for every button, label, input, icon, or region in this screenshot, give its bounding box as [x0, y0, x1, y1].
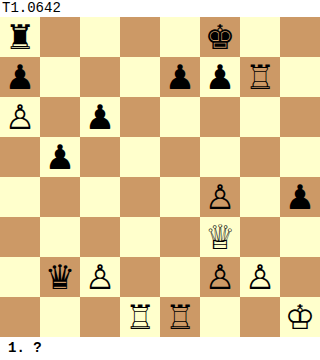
- white-rook[interactable]: ♖: [165, 297, 195, 337]
- square-c2[interactable]: ♙: [80, 257, 120, 297]
- white-queen[interactable]: ♕: [205, 217, 235, 257]
- square-d5[interactable]: [120, 137, 160, 177]
- square-b4[interactable]: [40, 177, 80, 217]
- square-g1[interactable]: [240, 297, 280, 337]
- square-h7[interactable]: [280, 57, 320, 97]
- white-pawn[interactable]: ♙: [245, 257, 275, 297]
- square-e1[interactable]: ♖: [160, 297, 200, 337]
- black-queen[interactable]: ♛: [45, 257, 75, 297]
- square-g3[interactable]: [240, 217, 280, 257]
- square-g8[interactable]: [240, 17, 280, 57]
- square-f7[interactable]: ♟: [200, 57, 240, 97]
- square-c3[interactable]: [80, 217, 120, 257]
- square-h3[interactable]: [280, 217, 320, 257]
- square-d8[interactable]: [120, 17, 160, 57]
- square-h4[interactable]: ♟: [280, 177, 320, 217]
- white-pawn[interactable]: ♙: [205, 257, 235, 297]
- white-pawn[interactable]: ♙: [85, 257, 115, 297]
- square-e4[interactable]: [160, 177, 200, 217]
- puzzle-id-label: T1.0642: [2, 0, 61, 17]
- square-a2[interactable]: [0, 257, 40, 297]
- square-h6[interactable]: [280, 97, 320, 137]
- square-d1[interactable]: ♖: [120, 297, 160, 337]
- square-h8[interactable]: [280, 17, 320, 57]
- square-g2[interactable]: ♙: [240, 257, 280, 297]
- square-e7[interactable]: ♟: [160, 57, 200, 97]
- square-d6[interactable]: [120, 97, 160, 137]
- square-f8[interactable]: ♚: [200, 17, 240, 57]
- square-d4[interactable]: [120, 177, 160, 217]
- move-prompt-label: 1. ?: [8, 338, 42, 358]
- square-a4[interactable]: [0, 177, 40, 217]
- square-f2[interactable]: ♙: [200, 257, 240, 297]
- white-king[interactable]: ♔: [285, 297, 315, 337]
- square-g4[interactable]: [240, 177, 280, 217]
- square-c7[interactable]: [80, 57, 120, 97]
- square-a7[interactable]: ♟: [0, 57, 40, 97]
- square-f5[interactable]: [200, 137, 240, 177]
- square-b6[interactable]: [40, 97, 80, 137]
- square-e8[interactable]: [160, 17, 200, 57]
- white-rook[interactable]: ♖: [125, 297, 155, 337]
- square-a3[interactable]: [0, 217, 40, 257]
- square-b5[interactable]: ♟: [40, 137, 80, 177]
- square-c5[interactable]: [80, 137, 120, 177]
- square-a8[interactable]: ♜: [0, 17, 40, 57]
- square-h1[interactable]: ♔: [280, 297, 320, 337]
- square-e3[interactable]: [160, 217, 200, 257]
- square-c8[interactable]: [80, 17, 120, 57]
- square-b8[interactable]: [40, 17, 80, 57]
- square-h5[interactable]: [280, 137, 320, 177]
- square-a6[interactable]: ♙: [0, 97, 40, 137]
- black-king[interactable]: ♚: [205, 17, 235, 57]
- square-a1[interactable]: [0, 297, 40, 337]
- square-b7[interactable]: [40, 57, 80, 97]
- square-e2[interactable]: [160, 257, 200, 297]
- square-f6[interactable]: [200, 97, 240, 137]
- white-pawn[interactable]: ♙: [205, 177, 235, 217]
- black-pawn[interactable]: ♟: [285, 177, 315, 217]
- square-f3[interactable]: ♕: [200, 217, 240, 257]
- square-g5[interactable]: [240, 137, 280, 177]
- square-e5[interactable]: [160, 137, 200, 177]
- square-b3[interactable]: [40, 217, 80, 257]
- square-g6[interactable]: [240, 97, 280, 137]
- square-d3[interactable]: [120, 217, 160, 257]
- square-h2[interactable]: [280, 257, 320, 297]
- white-pawn[interactable]: ♙: [5, 97, 35, 137]
- square-f1[interactable]: [200, 297, 240, 337]
- black-pawn[interactable]: ♟: [5, 57, 35, 97]
- black-rook[interactable]: ♜: [5, 17, 35, 57]
- chess-board: ♜♚♟♟♟♖♙♟♟♙♟♕♛♙♙♙♖♖♔: [0, 17, 320, 337]
- square-c6[interactable]: ♟: [80, 97, 120, 137]
- square-g7[interactable]: ♖: [240, 57, 280, 97]
- square-f4[interactable]: ♙: [200, 177, 240, 217]
- square-a5[interactable]: [0, 137, 40, 177]
- square-b2[interactable]: ♛: [40, 257, 80, 297]
- square-d7[interactable]: [120, 57, 160, 97]
- black-pawn[interactable]: ♟: [85, 97, 115, 137]
- black-pawn[interactable]: ♟: [205, 57, 235, 97]
- black-pawn[interactable]: ♟: [45, 137, 75, 177]
- square-c4[interactable]: [80, 177, 120, 217]
- square-e6[interactable]: [160, 97, 200, 137]
- white-rook[interactable]: ♖: [245, 57, 275, 97]
- black-pawn[interactable]: ♟: [165, 57, 195, 97]
- square-d2[interactable]: [120, 257, 160, 297]
- square-b1[interactable]: [40, 297, 80, 337]
- square-c1[interactable]: [80, 297, 120, 337]
